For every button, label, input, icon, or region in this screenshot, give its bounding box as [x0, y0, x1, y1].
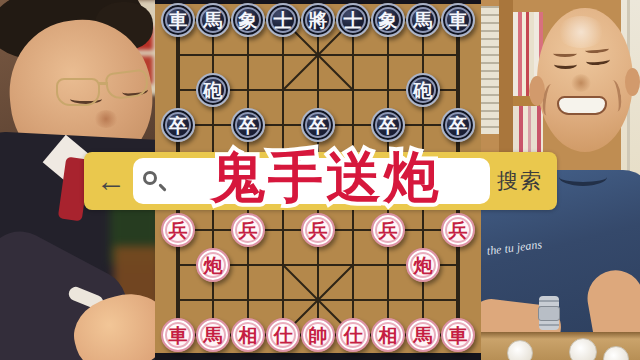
black-cannon: 砲	[406, 73, 440, 107]
eyebrow	[553, 50, 577, 57]
red-soldier: 兵	[161, 213, 195, 247]
black-horse: 馬	[406, 3, 440, 37]
black-cannon: 砲	[196, 73, 230, 107]
black-general: 將	[301, 3, 335, 37]
red-horse: 馬	[406, 318, 440, 352]
smiling-teeth	[557, 96, 607, 115]
glasses-bridge	[98, 82, 108, 85]
red-chariot: 車	[441, 318, 475, 352]
video-thumbnail: the tu jeans	[0, 0, 640, 360]
nose	[571, 74, 591, 92]
red-advisor: 仕	[266, 318, 300, 352]
tshirt-neckline	[559, 168, 607, 186]
search-submit-button[interactable]: 搜索	[497, 152, 543, 210]
nose	[94, 110, 118, 128]
head-highlight	[557, 16, 605, 48]
red-soldier: 兵	[371, 213, 405, 247]
white-chess-piece	[569, 338, 597, 360]
red-horse: 馬	[196, 318, 230, 352]
black-advisor: 士	[266, 3, 300, 37]
red-elephant: 相	[231, 318, 265, 352]
red-soldier: 兵	[231, 213, 265, 247]
search-bar: ← 搜索	[84, 152, 557, 210]
wristwatch-face	[538, 306, 560, 321]
bookshelf-post	[499, 0, 513, 165]
black-horse: 馬	[196, 3, 230, 37]
red-advisor: 仕	[336, 318, 370, 352]
red-general: 帥	[301, 318, 335, 352]
black-soldier: 卒	[301, 108, 335, 142]
black-soldier: 卒	[441, 108, 475, 142]
back-button[interactable]: ←	[92, 162, 130, 200]
back-arrow-icon: ←	[96, 166, 126, 196]
red-chariot: 車	[161, 318, 195, 352]
white-chess-piece	[507, 340, 533, 360]
glasses-left-lens	[56, 78, 100, 106]
eye	[554, 60, 577, 69]
black-soldier: 卒	[231, 108, 265, 142]
search-icon	[143, 171, 157, 185]
ear	[625, 68, 640, 96]
red-cannon: 炮	[196, 248, 230, 282]
red-soldier: 兵	[441, 213, 475, 247]
black-soldier: 卒	[161, 108, 195, 142]
red-cannon: 炮	[406, 248, 440, 282]
black-elephant: 象	[231, 3, 265, 37]
black-chariot: 車	[161, 3, 195, 37]
red-soldier: 兵	[301, 213, 335, 247]
frame-edge	[155, 353, 481, 360]
black-advisor: 士	[336, 3, 370, 37]
red-elephant: 相	[371, 318, 405, 352]
black-chariot: 車	[441, 3, 475, 37]
search-input[interactable]	[133, 158, 490, 204]
bookshelf-books	[481, 6, 499, 134]
black-elephant: 象	[371, 3, 405, 37]
black-soldier: 卒	[371, 108, 405, 142]
